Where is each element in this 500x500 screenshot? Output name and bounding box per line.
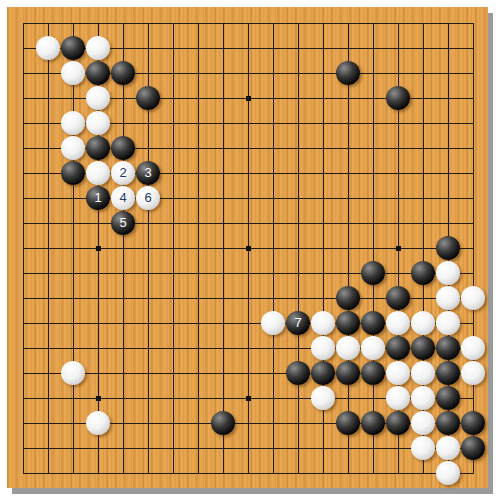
grid-line-horizontal [23, 448, 474, 449]
star-point [246, 396, 251, 401]
stone-black: 5 [111, 211, 135, 235]
star-point [96, 246, 101, 251]
stone-white [436, 311, 460, 335]
stone-white [261, 311, 285, 335]
stone-black [311, 361, 335, 385]
grid-line-vertical [298, 23, 299, 474]
stone-white [411, 436, 435, 460]
stone-black: 3 [136, 161, 160, 185]
grid-line-horizontal [23, 273, 474, 274]
star-point [246, 246, 251, 251]
stone-black [436, 361, 460, 385]
stone-white [61, 61, 85, 85]
stone-black [111, 136, 135, 160]
grid-line-vertical [348, 23, 349, 474]
stone-black [436, 411, 460, 435]
grid-line-horizontal [23, 473, 474, 474]
stone-black [211, 411, 235, 435]
move-number-label: 4 [111, 186, 135, 210]
go-board[interactable]: 2314657 [7, 7, 488, 488]
stone-black [61, 161, 85, 185]
star-point [96, 396, 101, 401]
grid-line-vertical [373, 23, 374, 474]
stone-white [61, 136, 85, 160]
stone-black [86, 61, 110, 85]
stone-white [411, 411, 435, 435]
stone-white [436, 461, 460, 485]
stone-white: 6 [136, 186, 160, 210]
stone-black [336, 61, 360, 85]
stone-white [386, 361, 410, 385]
stone-black [461, 436, 485, 460]
stone-black [411, 336, 435, 360]
stone-black [136, 86, 160, 110]
stone-white [61, 111, 85, 135]
stone-white [311, 336, 335, 360]
stone-black [386, 411, 410, 435]
stone-white: 4 [111, 186, 135, 210]
stone-white [386, 386, 410, 410]
stone-white [61, 361, 85, 385]
stone-black [336, 411, 360, 435]
grid-line-vertical [473, 23, 474, 474]
stone-black [361, 261, 385, 285]
stone-black [111, 61, 135, 85]
stone-black [386, 336, 410, 360]
stone-white [411, 311, 435, 335]
stone-white [436, 261, 460, 285]
stone-black [411, 261, 435, 285]
stone-black [386, 86, 410, 110]
stone-black [436, 236, 460, 260]
stone-black [336, 311, 360, 335]
stone-black [436, 336, 460, 360]
stone-black [61, 36, 85, 60]
stone-black [461, 411, 485, 435]
stone-black [361, 361, 385, 385]
stone-black [361, 411, 385, 435]
stone-white [386, 311, 410, 335]
stone-white [411, 361, 435, 385]
stone-white [461, 361, 485, 385]
move-number-label: 7 [286, 311, 310, 335]
stone-white [86, 86, 110, 110]
stone-black [336, 286, 360, 310]
stone-white [461, 286, 485, 310]
stone-black [361, 311, 385, 335]
stone-white [436, 436, 460, 460]
stone-white [436, 286, 460, 310]
move-number-label: 6 [136, 186, 160, 210]
stone-white [336, 336, 360, 360]
stone-white [411, 386, 435, 410]
stone-white [361, 336, 385, 360]
stone-black: 7 [286, 311, 310, 335]
move-number-label: 2 [111, 161, 135, 185]
stone-black [286, 361, 310, 385]
stone-white [86, 411, 110, 435]
move-number-label: 5 [111, 211, 135, 235]
stone-black [436, 386, 460, 410]
stone-white [461, 336, 485, 360]
stone-white [86, 161, 110, 185]
stone-white [86, 111, 110, 135]
stone-white [86, 36, 110, 60]
stone-white: 2 [111, 161, 135, 185]
stone-black [336, 361, 360, 385]
stone-white [311, 311, 335, 335]
stone-black [386, 286, 410, 310]
stone-black: 1 [86, 186, 110, 210]
move-number-label: 3 [136, 161, 160, 185]
star-point [246, 96, 251, 101]
stone-black [86, 136, 110, 160]
star-point [396, 246, 401, 251]
move-number-label: 1 [86, 186, 110, 210]
stone-white [311, 386, 335, 410]
stone-white [36, 36, 60, 60]
grid-line-vertical [273, 23, 274, 474]
